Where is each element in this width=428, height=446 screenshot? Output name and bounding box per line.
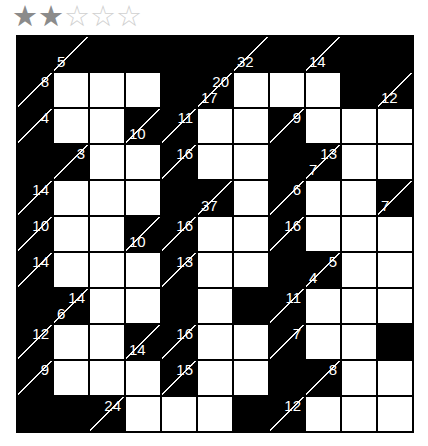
across-clue: 11 — [285, 290, 301, 305]
clue-cell: 6 — [270, 181, 304, 215]
entry-cell[interactable] — [234, 361, 268, 395]
kakuro-page: ★★☆☆☆ 5321481720124101193167131437671010… — [0, 0, 428, 433]
across-clue: 14 — [68, 290, 85, 305]
block-cell — [90, 37, 124, 71]
block-cell — [270, 145, 304, 179]
clue-cell: 614 — [54, 289, 88, 323]
across-clue: 12 — [32, 326, 49, 341]
clue-cell: 16 — [162, 145, 196, 179]
across-clue: 4 — [41, 110, 49, 125]
block-cell — [342, 37, 376, 71]
entry-cell[interactable] — [198, 397, 232, 431]
clue-cell: 13 — [162, 253, 196, 287]
entry-cell[interactable] — [90, 289, 124, 323]
block-cell — [234, 397, 268, 431]
entry-cell[interactable] — [54, 253, 88, 287]
clue-cell: 16 — [270, 217, 304, 251]
entry-cell[interactable] — [270, 73, 304, 107]
block-cell — [18, 397, 52, 431]
down-clue: 14 — [129, 342, 146, 357]
clue-cell: 10 — [126, 109, 160, 143]
block-cell — [126, 37, 160, 71]
entry-cell[interactable] — [90, 361, 124, 395]
down-clue: 7 — [309, 162, 317, 177]
clue-cell: 16 — [162, 325, 196, 359]
star-empty-icon: ☆ — [90, 2, 116, 31]
clue-cell: 5 — [54, 37, 88, 71]
entry-cell[interactable] — [378, 397, 412, 431]
across-clue: 24 — [104, 398, 121, 413]
across-clue: 5 — [329, 254, 337, 269]
entry-cell[interactable] — [126, 397, 160, 431]
entry-cell[interactable] — [342, 289, 376, 323]
down-clue: 37 — [201, 198, 218, 213]
block-cell — [162, 37, 196, 71]
block-cell — [270, 253, 304, 287]
star-empty-icon: ☆ — [116, 2, 142, 31]
across-clue: 8 — [329, 362, 337, 377]
difficulty-rating: ★★☆☆☆ — [12, 2, 428, 32]
down-clue: 14 — [309, 54, 326, 69]
kakuro-board: 5321481720124101193167131437671010161614… — [16, 35, 414, 433]
block-cell — [162, 73, 196, 107]
entry-cell[interactable] — [234, 253, 268, 287]
entry-cell[interactable] — [198, 325, 232, 359]
entry-cell[interactable] — [54, 109, 88, 143]
block-cell — [378, 325, 412, 359]
entry-cell[interactable] — [198, 253, 232, 287]
entry-cell[interactable] — [198, 109, 232, 143]
star-filled-icon: ★ — [12, 2, 38, 31]
down-clue: 17 — [201, 90, 218, 105]
entry-cell[interactable] — [126, 361, 160, 395]
across-clue: 16 — [176, 218, 193, 233]
across-clue: 16 — [284, 218, 301, 233]
down-clue: 5 — [57, 54, 65, 69]
entry-cell[interactable] — [342, 397, 376, 431]
across-clue: 14 — [32, 182, 49, 197]
clue-cell: 12 — [270, 397, 304, 431]
entry-cell[interactable] — [234, 325, 268, 359]
down-clue: 32 — [237, 54, 254, 69]
clue-cell: 7 — [378, 181, 412, 215]
entry-cell[interactable] — [234, 109, 268, 143]
clue-cell: 14 — [18, 181, 52, 215]
entry-cell[interactable] — [54, 73, 88, 107]
across-clue: 16 — [176, 146, 193, 161]
star-empty-icon: ☆ — [64, 2, 90, 31]
clue-cell: 4 — [18, 109, 52, 143]
entry-cell[interactable] — [306, 325, 340, 359]
entry-cell[interactable] — [342, 253, 376, 287]
entry-cell[interactable] — [306, 289, 340, 323]
clue-cell: 12 — [378, 73, 412, 107]
clue-cell: 8 — [18, 73, 52, 107]
entry-cell[interactable] — [126, 145, 160, 179]
entry-cell[interactable] — [54, 181, 88, 215]
entry-cell[interactable] — [126, 73, 160, 107]
clue-cell: 24 — [90, 397, 124, 431]
clue-cell: 15 — [162, 361, 196, 395]
down-clue: 7 — [381, 198, 389, 213]
entry-cell[interactable] — [378, 361, 412, 395]
entry-cell[interactable] — [90, 253, 124, 287]
entry-cell[interactable] — [54, 217, 88, 251]
entry-cell[interactable] — [306, 73, 340, 107]
entry-cell[interactable] — [378, 217, 412, 251]
down-clue: 10 — [129, 234, 146, 249]
clue-cell: 10 — [18, 217, 52, 251]
down-clue: 10 — [129, 126, 146, 141]
entry-cell[interactable] — [342, 109, 376, 143]
entry-cell[interactable] — [342, 145, 376, 179]
clue-cell: 12 — [18, 325, 52, 359]
across-clue: 9 — [293, 110, 301, 125]
clue-cell: 8 — [306, 361, 340, 395]
across-clue: 3 — [77, 146, 85, 161]
entry-cell[interactable] — [306, 217, 340, 251]
across-clue: 6 — [293, 182, 301, 197]
across-clue: 7 — [293, 326, 301, 341]
clue-cell: 10 — [126, 217, 160, 251]
clue-cell: 713 — [306, 145, 340, 179]
across-clue: 12 — [284, 398, 301, 413]
across-clue: 11 — [177, 110, 193, 125]
entry-cell[interactable] — [234, 217, 268, 251]
entry-cell[interactable] — [90, 109, 124, 143]
clue-cell: 11 — [162, 109, 196, 143]
across-clue: 15 — [176, 362, 193, 377]
clue-cell: 45 — [306, 253, 340, 287]
entry-cell[interactable] — [342, 325, 376, 359]
entry-cell[interactable] — [198, 289, 232, 323]
across-clue: 10 — [32, 218, 49, 233]
block-cell — [162, 289, 196, 323]
block-cell — [162, 181, 196, 215]
clue-cell: 37 — [198, 181, 232, 215]
block-cell — [54, 397, 88, 431]
entry-cell[interactable] — [90, 145, 124, 179]
block-cell — [18, 289, 52, 323]
clue-cell: 11 — [270, 289, 304, 323]
entry-cell[interactable] — [90, 217, 124, 251]
clue-cell: 14 — [306, 37, 340, 71]
entry-cell[interactable] — [126, 181, 160, 215]
entry-cell[interactable] — [54, 361, 88, 395]
entry-cell[interactable] — [342, 181, 376, 215]
entry-cell[interactable] — [90, 73, 124, 107]
block-cell — [378, 37, 412, 71]
entry-cell[interactable] — [90, 181, 124, 215]
star-filled-icon: ★ — [38, 2, 64, 31]
across-clue: 13 — [176, 254, 193, 269]
block-cell — [18, 37, 52, 71]
down-clue: 4 — [309, 270, 317, 285]
block-cell — [198, 37, 232, 71]
entry-cell[interactable] — [198, 145, 232, 179]
across-clue: 20 — [212, 74, 229, 89]
clue-cell: 3 — [54, 145, 88, 179]
entry-cell[interactable] — [342, 217, 376, 251]
across-clue: 14 — [32, 254, 49, 269]
across-clue: 9 — [41, 362, 49, 377]
entry-cell[interactable] — [378, 145, 412, 179]
entry-cell[interactable] — [198, 361, 232, 395]
block-cell — [270, 361, 304, 395]
block-cell — [342, 73, 376, 107]
entry-cell[interactable] — [378, 109, 412, 143]
entry-cell[interactable] — [54, 325, 88, 359]
down-clue: 12 — [381, 90, 398, 105]
clue-cell: 9 — [270, 109, 304, 143]
entry-cell[interactable] — [126, 289, 160, 323]
entry-cell[interactable] — [162, 397, 196, 431]
entry-cell[interactable] — [306, 397, 340, 431]
block-cell — [234, 289, 268, 323]
clue-cell: 32 — [234, 37, 268, 71]
clue-cell: 16 — [162, 217, 196, 251]
entry-cell[interactable] — [90, 325, 124, 359]
entry-cell[interactable] — [234, 73, 268, 107]
clue-cell: 7 — [270, 325, 304, 359]
clue-cell: 9 — [18, 361, 52, 395]
down-clue: 6 — [57, 306, 65, 321]
entry-cell[interactable] — [198, 217, 232, 251]
block-cell — [270, 37, 304, 71]
entry-cell[interactable] — [234, 181, 268, 215]
across-clue: 13 — [320, 146, 337, 161]
entry-cell[interactable] — [378, 253, 412, 287]
clue-cell: 14 — [18, 253, 52, 287]
block-cell — [18, 145, 52, 179]
across-clue: 8 — [41, 74, 49, 89]
clue-cell: 1720 — [198, 73, 232, 107]
entry-cell[interactable] — [378, 289, 412, 323]
across-clue: 16 — [176, 326, 193, 341]
entry-cell[interactable] — [234, 145, 268, 179]
clue-cell: 14 — [126, 325, 160, 359]
entry-cell[interactable] — [306, 109, 340, 143]
entry-cell[interactable] — [126, 253, 160, 287]
entry-cell[interactable] — [342, 361, 376, 395]
entry-cell[interactable] — [306, 181, 340, 215]
